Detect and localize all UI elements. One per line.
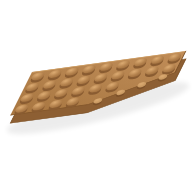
product-photo-canvas (0, 0, 192, 192)
lego-part-image (0, 0, 192, 192)
